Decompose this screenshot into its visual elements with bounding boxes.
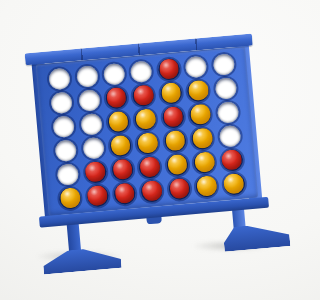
ball-gloss — [158, 58, 179, 79]
board-grid-panel — [36, 46, 258, 216]
cell-r5c4 — [135, 154, 164, 180]
ball-gloss — [188, 80, 209, 101]
cell-r1c7 — [209, 51, 238, 77]
empty-hole — [185, 55, 208, 78]
cell-r2c5 — [156, 80, 185, 106]
yellow-ball — [59, 187, 82, 210]
ball-gloss — [108, 111, 129, 132]
cell-r1c6 — [182, 53, 211, 79]
red-ball — [84, 160, 107, 183]
ball-gloss — [162, 106, 183, 127]
cell-r3c1 — [49, 113, 78, 139]
red-ball — [139, 156, 162, 179]
empty-hole — [130, 60, 153, 83]
empty-hole — [103, 62, 126, 85]
empty-hole — [48, 67, 71, 90]
cell-r2c6 — [184, 77, 213, 103]
ball-gloss — [194, 151, 215, 172]
ball-gloss — [169, 178, 190, 199]
cell-r3c3 — [104, 108, 133, 134]
cell-r6c2 — [83, 182, 112, 208]
ball-gloss — [87, 185, 108, 206]
cell-r6c1 — [55, 185, 84, 211]
red-ball — [162, 105, 185, 128]
cell-r4c5 — [161, 127, 190, 153]
cell-r6c4 — [137, 178, 166, 204]
ball-gloss — [196, 175, 217, 196]
ball-gloss — [133, 84, 154, 105]
cell-r1c4 — [127, 58, 156, 84]
cell-r6c7 — [219, 170, 248, 196]
ball-gloss — [85, 161, 106, 182]
connect-four-board — [24, 20, 273, 267]
empty-hole — [219, 124, 242, 147]
cell-r2c1 — [47, 89, 76, 115]
cell-r3c5 — [158, 104, 187, 130]
empty-hole — [52, 115, 75, 138]
cell-r6c5 — [165, 175, 194, 201]
cell-r4c7 — [215, 123, 244, 149]
cell-r1c3 — [100, 61, 129, 87]
ball-gloss — [221, 149, 242, 170]
cell-r3c6 — [186, 101, 215, 127]
ball-gloss — [192, 128, 213, 149]
ball-gloss — [114, 183, 135, 204]
cell-r2c3 — [102, 84, 131, 110]
red-ball — [158, 58, 181, 81]
empty-hole — [76, 65, 99, 88]
yellow-ball — [107, 110, 130, 133]
ball-gloss — [137, 132, 158, 153]
empty-hole — [212, 53, 235, 76]
cell-r5c5 — [163, 151, 192, 177]
ball-gloss — [223, 173, 244, 194]
yellow-ball — [134, 108, 157, 131]
cell-r4c1 — [51, 137, 80, 163]
cell-r4c2 — [79, 135, 108, 161]
cell-r5c1 — [53, 161, 82, 187]
red-ball — [105, 86, 128, 109]
ball-gloss — [190, 104, 211, 125]
cell-r2c7 — [211, 75, 240, 101]
red-ball — [132, 84, 155, 107]
ball-gloss — [160, 82, 181, 103]
red-ball — [111, 158, 134, 181]
ball-gloss — [112, 159, 133, 180]
yellow-ball — [137, 132, 160, 155]
cell-r3c2 — [76, 111, 105, 137]
cell-r2c4 — [129, 82, 158, 108]
cell-r4c4 — [133, 130, 162, 156]
cell-r4c6 — [188, 125, 217, 151]
cell-r5c3 — [108, 156, 137, 182]
yellow-ball — [160, 81, 183, 104]
red-ball — [113, 182, 136, 205]
ball-gloss — [165, 130, 186, 151]
ball-gloss — [167, 154, 188, 175]
yellow-ball — [191, 127, 214, 150]
empty-hole — [57, 163, 80, 186]
yellow-ball — [189, 103, 212, 126]
yellow-ball — [195, 175, 218, 198]
product-photo — [0, 0, 300, 300]
empty-hole — [80, 113, 103, 136]
cell-r1c5 — [154, 56, 183, 82]
ball-gloss — [139, 156, 160, 177]
cell-r5c6 — [190, 149, 219, 175]
yellow-ball — [193, 151, 216, 174]
empty-hole — [55, 139, 78, 162]
empty-hole — [50, 91, 73, 114]
yellow-ball — [109, 134, 132, 157]
board-grid — [45, 51, 249, 211]
ball-gloss — [141, 180, 162, 201]
cell-r3c4 — [131, 106, 160, 132]
yellow-ball — [164, 129, 187, 152]
ball-gloss — [110, 135, 131, 156]
cell-r6c6 — [192, 173, 221, 199]
cell-r3c7 — [213, 99, 242, 125]
empty-hole — [214, 77, 237, 100]
cell-r1c2 — [72, 63, 101, 89]
ball-gloss — [135, 108, 156, 129]
left-foot — [42, 246, 122, 275]
cell-r5c2 — [81, 159, 110, 185]
cell-r1c1 — [45, 65, 74, 91]
cell-r4c3 — [106, 132, 135, 158]
red-ball — [221, 148, 244, 171]
ball-gloss — [59, 187, 80, 208]
ball-gloss — [106, 87, 127, 108]
red-ball — [86, 184, 109, 207]
empty-hole — [216, 101, 239, 124]
red-ball — [168, 177, 191, 200]
cell-r6c3 — [110, 180, 139, 206]
cell-r5c7 — [217, 147, 246, 173]
red-ball — [141, 179, 164, 202]
empty-hole — [82, 136, 105, 159]
yellow-ball — [187, 79, 210, 102]
yellow-ball — [223, 172, 246, 195]
empty-hole — [78, 89, 101, 112]
yellow-ball — [166, 153, 189, 176]
cell-r2c2 — [74, 87, 103, 113]
